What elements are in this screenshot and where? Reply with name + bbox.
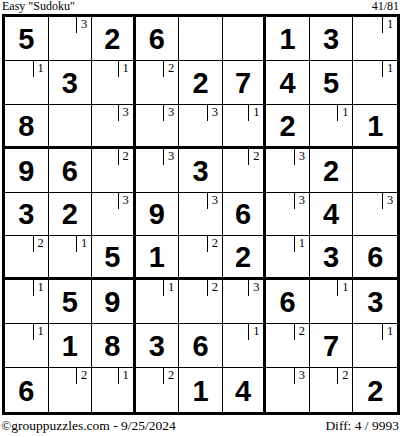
cell-r9c8[interactable]: 2: [310, 368, 354, 412]
puzzle-title: Easy "Sudoku": [2, 0, 75, 14]
cell-r9c5[interactable]: 1: [179, 368, 223, 412]
given-digit: 2: [323, 155, 339, 186]
cell-r2c9[interactable]: 1: [353, 61, 397, 105]
given-digit: 2: [104, 23, 120, 54]
given-digit: 9: [104, 286, 120, 317]
cell-r8c9[interactable]: 1: [353, 324, 397, 368]
given-digit: 1: [62, 330, 78, 361]
pencil-mark: 3: [207, 105, 222, 121]
cell-r1c2[interactable]: 3: [49, 17, 93, 61]
given-digit: 5: [104, 241, 120, 272]
cell-r9c1[interactable]: 6: [5, 368, 49, 412]
given-digit: 3: [149, 330, 165, 361]
cell-r3c3[interactable]: 3: [92, 105, 136, 149]
cell-r6c6[interactable]: 2: [223, 236, 267, 280]
given-digit: 3: [323, 241, 339, 272]
pencil-mark: 1: [118, 368, 133, 384]
cell-r1c6[interactable]: [223, 17, 267, 61]
given-digit: 1: [367, 110, 383, 141]
given-digit: 6: [192, 330, 208, 361]
cell-r5c5[interactable]: 3: [179, 193, 223, 237]
cell-r7c9[interactable]: 3: [353, 280, 397, 324]
cell-r5c7[interactable]: 3: [266, 193, 310, 237]
cell-r1c4[interactable]: 6: [136, 17, 180, 61]
cell-r7c1[interactable]: 1: [5, 280, 49, 324]
pencil-mark: 3: [382, 193, 397, 209]
pencil-mark: 1: [33, 324, 48, 340]
difficulty-text: Diff: 4 / 9993: [325, 418, 399, 434]
pencil-mark: 2: [294, 324, 309, 340]
given-digit: 4: [280, 67, 296, 98]
pencil-mark: 2: [207, 236, 222, 252]
cell-r4c6[interactable]: 2: [223, 149, 267, 193]
cell-r2c6[interactable]: 7: [223, 61, 267, 105]
cell-r1c1[interactable]: 5: [5, 17, 49, 61]
given-digit: 6: [149, 23, 165, 54]
cell-r3c4[interactable]: 3: [136, 105, 180, 149]
cell-r5c4[interactable]: 9: [136, 193, 180, 237]
given-digit: 6: [62, 155, 78, 186]
pencil-mark: 2: [76, 368, 91, 384]
pencil-mark: 3: [248, 280, 263, 296]
pencil-mark: 3: [163, 105, 178, 121]
cell-r6c8[interactable]: 3: [310, 236, 354, 280]
cell-r6c5[interactable]: 2: [179, 236, 223, 280]
pencil-mark: 1: [163, 280, 178, 296]
cell-r9c2[interactable]: 2: [49, 368, 93, 412]
cell-r4c8[interactable]: 2: [310, 149, 354, 193]
pencil-mark: 2: [248, 149, 263, 165]
cell-r3c8[interactable]: 1: [310, 105, 354, 149]
cell-r6c3[interactable]: 5: [92, 236, 136, 280]
pencil-mark: 3: [118, 105, 133, 121]
cell-r5c3[interactable]: 3: [92, 193, 136, 237]
cell-r8c2[interactable]: 1: [49, 324, 93, 368]
given-digit: 1: [192, 375, 208, 406]
pencil-mark: 2: [33, 236, 48, 252]
given-digit: 3: [367, 286, 383, 317]
cell-r7c4[interactable]: 1: [136, 280, 180, 324]
given-digit: 1: [149, 241, 165, 272]
page-footer: ©grouppuzzles.com - 9/25/2024 Diff: 4 / …: [0, 416, 402, 437]
cell-r4c4[interactable]: 3: [136, 149, 180, 193]
cell-r8c5[interactable]: 6: [179, 324, 223, 368]
cell-r6c7[interactable]: 1: [266, 236, 310, 280]
given-digit: 6: [235, 198, 251, 229]
cell-r1c8[interactable]: 3: [310, 17, 354, 61]
cell-r2c7[interactable]: 4: [266, 61, 310, 105]
given-digit: 4: [235, 375, 251, 406]
pencil-mark: 3: [207, 193, 222, 209]
cell-r6c4[interactable]: 1: [136, 236, 180, 280]
cell-r5c6[interactable]: 6: [223, 193, 267, 237]
given-digit: 5: [323, 67, 339, 98]
given-digit: 6: [18, 375, 34, 406]
cell-r9c7[interactable]: 3: [266, 368, 310, 412]
cell-r2c4[interactable]: 2: [136, 61, 180, 105]
cell-r3c7[interactable]: 2: [266, 105, 310, 149]
cell-r7c7[interactable]: 6: [266, 280, 310, 324]
pencil-mark: 1: [294, 236, 309, 252]
given-digit: 7: [323, 330, 339, 361]
given-digit: 8: [104, 330, 120, 361]
cell-r2c5[interactable]: 2: [179, 61, 223, 105]
pencil-mark: 2: [163, 368, 178, 384]
pencil-mark: 1: [382, 324, 397, 340]
cell-r7c5[interactable]: 2: [179, 280, 223, 324]
cell-r4c3[interactable]: 2: [92, 149, 136, 193]
cell-r7c8[interactable]: 1: [310, 280, 354, 324]
given-digit: 5: [18, 23, 34, 54]
cell-r8c4[interactable]: 3: [136, 324, 180, 368]
pencil-mark: 3: [76, 17, 91, 33]
cell-r8c6[interactable]: 1: [223, 324, 267, 368]
cell-r1c3[interactable]: 2: [92, 17, 136, 61]
cell-r6c1[interactable]: 2: [5, 236, 49, 280]
cell-r8c3[interactable]: 8: [92, 324, 136, 368]
pencil-mark: 2: [207, 280, 222, 296]
pencil-mark: 1: [33, 61, 48, 77]
pencil-mark: 3: [118, 193, 133, 209]
cell-r3c5[interactable]: 3: [179, 105, 223, 149]
cell-r9c9[interactable]: 2: [353, 368, 397, 412]
cell-r6c2[interactable]: 1: [49, 236, 93, 280]
given-digit: 6: [367, 241, 383, 272]
cell-r9c6[interactable]: 4: [223, 368, 267, 412]
pencil-mark: 1: [118, 61, 133, 77]
cell-r2c8[interactable]: 5: [310, 61, 354, 105]
cell-r3c6[interactable]: 1: [223, 105, 267, 149]
cell-r3c1[interactable]: 8: [5, 105, 49, 149]
pencil-mark: 1: [76, 236, 91, 252]
given-digit: 8: [18, 110, 34, 141]
cell-r1c7[interactable]: 1: [266, 17, 310, 61]
cell-r8c8[interactable]: 7: [310, 324, 354, 368]
pencil-mark: 2: [118, 149, 133, 165]
pencil-mark: 1: [248, 324, 263, 340]
cell-r5c1[interactable]: 3: [5, 193, 49, 237]
cell-r4c7[interactable]: 3: [266, 149, 310, 193]
given-digit: 3: [323, 23, 339, 54]
cell-r7c2[interactable]: 5: [49, 280, 93, 324]
given-digit: 2: [367, 375, 383, 406]
given-digit: 1: [280, 23, 296, 54]
given-digit: 2: [192, 67, 208, 98]
cell-r9c4[interactable]: 2: [136, 368, 180, 412]
cell-r2c1[interactable]: 1: [5, 61, 49, 105]
cell-r4c1[interactable]: 9: [5, 149, 49, 193]
pencil-mark: 3: [294, 193, 309, 209]
given-digit: 7: [235, 67, 251, 98]
cell-r9c3[interactable]: 1: [92, 368, 136, 412]
given-digit: 5: [62, 286, 78, 317]
pencil-mark: 1: [382, 17, 397, 33]
given-digit: 9: [149, 198, 165, 229]
pencil-mark: 2: [163, 61, 178, 77]
pencil-mark: 1: [337, 280, 352, 296]
given-digit: 2: [235, 241, 251, 272]
given-digit: 2: [62, 198, 78, 229]
given-digit: 2: [280, 110, 296, 141]
pencil-mark: 1: [248, 105, 263, 121]
cell-r3c2[interactable]: [49, 105, 93, 149]
pencil-mark: 3: [163, 149, 178, 165]
progress-counter: 41/81: [372, 0, 399, 14]
cell-r5c9[interactable]: 3: [353, 193, 397, 237]
cell-r4c2[interactable]: 6: [49, 149, 93, 193]
cell-r5c8[interactable]: 4: [310, 193, 354, 237]
pencil-mark: 2: [337, 368, 352, 384]
cell-r7c3[interactable]: 9: [92, 280, 136, 324]
pencil-mark: 1: [33, 280, 48, 296]
cell-r8c1[interactable]: 1: [5, 324, 49, 368]
given-digit: 3: [18, 198, 34, 229]
cell-r2c3[interactable]: 1: [92, 61, 136, 105]
cell-r1c5[interactable]: [179, 17, 223, 61]
sudoku-board: 5326131131227451833312119623323232393634…: [2, 14, 400, 415]
cell-r5c2[interactable]: 2: [49, 193, 93, 237]
given-digit: 6: [280, 286, 296, 317]
given-digit: 4: [323, 198, 339, 229]
given-digit: 3: [62, 67, 78, 98]
cell-r2c2[interactable]: 3: [49, 61, 93, 105]
cell-r7c6[interactable]: 3: [223, 280, 267, 324]
cell-r8c7[interactable]: 2: [266, 324, 310, 368]
given-digit: 9: [18, 155, 34, 186]
cell-r3c9[interactable]: 1: [353, 105, 397, 149]
cell-r6c9[interactable]: 6: [353, 236, 397, 280]
pencil-mark: 3: [294, 368, 309, 384]
given-digit: 3: [192, 155, 208, 186]
copyright-text: ©grouppuzzles.com - 9/25/2024: [1, 418, 176, 434]
cell-r1c9[interactable]: 1: [353, 17, 397, 61]
page-header: Easy "Sudoku" 41/81: [0, 0, 402, 14]
pencil-mark: 1: [337, 105, 352, 121]
cell-r4c9[interactable]: [353, 149, 397, 193]
pencil-mark: 1: [382, 61, 397, 77]
pencil-mark: 3: [294, 149, 309, 165]
cell-r4c5[interactable]: 3: [179, 149, 223, 193]
